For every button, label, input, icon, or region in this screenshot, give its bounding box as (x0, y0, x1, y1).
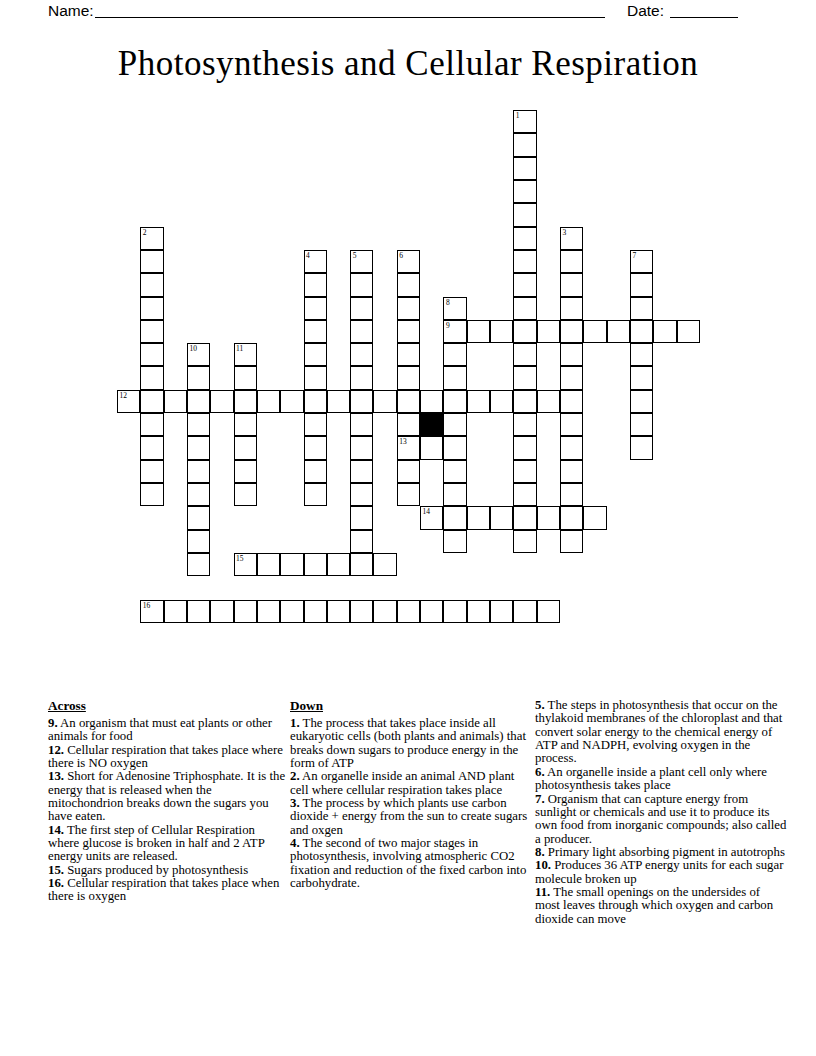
grid-cell[interactable] (280, 390, 303, 413)
grid-cell[interactable] (397, 460, 420, 483)
grid-cell[interactable] (513, 436, 536, 459)
grid-cell[interactable] (187, 483, 210, 506)
clue-number: 10. (535, 858, 551, 872)
grid-cell[interactable] (630, 413, 653, 436)
clue: 4. The second of two major stages in pho… (290, 837, 536, 890)
grid-cell[interactable] (210, 390, 233, 413)
grid-cell[interactable] (234, 460, 257, 483)
clue-number: 1. (290, 716, 300, 730)
grid-cell[interactable]: 12 (117, 390, 140, 413)
clue-number: 5. (535, 698, 545, 712)
cell-number: 15 (236, 554, 244, 563)
grid-cell[interactable] (397, 413, 420, 436)
clue: 5. The steps in photosynthesis that occu… (535, 699, 787, 766)
grid-cell[interactable] (304, 460, 327, 483)
grid-cell[interactable] (234, 390, 257, 413)
grid-cell[interactable]: 11 (234, 343, 257, 366)
clue: 13. Short for Adenosine Triphosphate. It… (48, 770, 288, 823)
grid-cell[interactable] (397, 320, 420, 343)
clue: 15. Sugars produced by photosynthesis (48, 864, 288, 877)
grid-cell[interactable] (140, 343, 163, 366)
grid-cell[interactable] (490, 506, 513, 529)
grid-cell[interactable] (537, 600, 560, 623)
grid-cell[interactable] (513, 366, 536, 389)
grid-cell[interactable] (513, 343, 536, 366)
grid-cell[interactable] (164, 600, 187, 623)
grid-cell[interactable] (397, 343, 420, 366)
cell-number: 12 (120, 391, 128, 400)
grid-cell[interactable] (443, 366, 466, 389)
grid-cell[interactable] (140, 390, 163, 413)
grid-cell[interactable] (630, 297, 653, 320)
grid-cell[interactable]: 13 (397, 436, 420, 459)
grid-cell[interactable] (513, 157, 536, 180)
grid-cell[interactable] (164, 390, 187, 413)
cell-number: 3 (562, 228, 566, 237)
clue-number: 14. (48, 823, 64, 837)
clue: 14. The first step of Cellular Respirati… (48, 824, 288, 864)
grid-cell[interactable] (187, 366, 210, 389)
down-clue-list-1: 1. The process that takes place inside a… (290, 717, 536, 891)
grid-cell[interactable] (350, 483, 373, 506)
name-blank-line (95, 1, 605, 18)
grid-cell[interactable]: 6 (397, 250, 420, 273)
grid-cell[interactable] (443, 460, 466, 483)
grid-cell[interactable] (234, 600, 257, 623)
grid-cell[interactable] (630, 436, 653, 459)
page-title: Photosynthesis and Cellular Respiration (0, 44, 816, 84)
grid-cell[interactable] (257, 600, 280, 623)
clue: 10. Produces 36 ATP energy units for eac… (535, 859, 787, 886)
clue: 6. An organelle inside a plant cell only… (535, 766, 787, 793)
grid-cell[interactable] (513, 250, 536, 273)
grid-cell[interactable] (443, 413, 466, 436)
down-heading: Down (290, 699, 536, 713)
grid-cell[interactable] (397, 600, 420, 623)
grid-cell[interactable] (350, 390, 373, 413)
grid-cell[interactable] (140, 413, 163, 436)
grid-cell[interactable] (630, 320, 653, 343)
grid-cell[interactable] (513, 483, 536, 506)
cell-number: 10 (189, 344, 197, 353)
cell-number: 14 (423, 507, 431, 516)
grid-cell[interactable] (373, 553, 396, 576)
clue-number: 12. (48, 743, 64, 757)
clue-number: 13. (48, 769, 64, 783)
grid-cell[interactable] (467, 390, 490, 413)
grid-cell[interactable] (560, 250, 583, 273)
grid-cell[interactable]: 7 (630, 250, 653, 273)
grid-cell[interactable] (397, 366, 420, 389)
across-clue-list: 9. An organism that must eat plants or o… (48, 717, 288, 904)
cell-number: 2 (143, 228, 147, 237)
grid-cell[interactable] (304, 600, 327, 623)
grid-cell[interactable] (187, 436, 210, 459)
grid-cell[interactable] (443, 436, 466, 459)
grid-cell[interactable] (140, 460, 163, 483)
grid-cell[interactable]: 2 (140, 227, 163, 250)
grid-cell[interactable] (513, 600, 536, 623)
grid-cell[interactable] (560, 320, 583, 343)
grid-cell[interactable] (304, 483, 327, 506)
grid-cell[interactable] (234, 366, 257, 389)
grid-cell[interactable] (304, 320, 327, 343)
clue: 8. Primary light absorbing pigment in au… (535, 846, 787, 859)
grid-cell[interactable] (583, 506, 606, 529)
grid-cell[interactable] (513, 133, 536, 156)
grid-cell[interactable] (234, 483, 257, 506)
grid-cell[interactable] (630, 390, 653, 413)
grid-cell[interactable] (140, 483, 163, 506)
clue-number: 11. (535, 885, 550, 899)
grid-cell[interactable] (607, 320, 630, 343)
grid-cell[interactable] (467, 506, 490, 529)
grid-cell[interactable] (304, 297, 327, 320)
grid-cell[interactable] (420, 390, 443, 413)
grid-cell[interactable] (140, 273, 163, 296)
grid-cell[interactable] (140, 366, 163, 389)
grid-cell[interactable] (397, 297, 420, 320)
grid-cell[interactable] (560, 297, 583, 320)
grid-cell[interactable] (350, 460, 373, 483)
grid-cell[interactable] (513, 390, 536, 413)
grid-cell[interactable] (630, 273, 653, 296)
grid-cell[interactable] (304, 343, 327, 366)
clue-number: 15. (48, 863, 64, 877)
grid-cell[interactable] (327, 390, 350, 413)
grid-cell[interactable] (187, 553, 210, 576)
grid-cell[interactable]: 1 (513, 110, 536, 133)
clue-number: 9. (48, 716, 58, 730)
grid-cell[interactable] (257, 390, 280, 413)
grid-cell[interactable] (327, 600, 350, 623)
crossword-grid: 12345678910111213141516 (117, 110, 700, 623)
grid-cell[interactable] (304, 390, 327, 413)
grid-cell[interactable] (304, 273, 327, 296)
grid-cell[interactable] (350, 436, 373, 459)
down-clue-list-2: 5. The steps in photosynthesis that occu… (535, 699, 787, 926)
grid-cell[interactable] (350, 343, 373, 366)
grid-cell[interactable] (560, 506, 583, 529)
clue-number: 4. (290, 836, 300, 850)
grid-cell[interactable] (280, 600, 303, 623)
grid-cell[interactable] (513, 273, 536, 296)
grid-cell[interactable] (677, 320, 700, 343)
grid-cell[interactable] (490, 600, 513, 623)
worksheet-page: Name: Date: Photosynthesis and Cellular … (0, 0, 816, 1056)
grid-cell[interactable] (513, 180, 536, 203)
clue-number: 3. (290, 796, 300, 810)
grid-cell[interactable] (140, 297, 163, 320)
clue: 12. Cellular respiration that takes plac… (48, 744, 288, 771)
grid-cell[interactable] (187, 390, 210, 413)
clue-number: 6. (535, 765, 545, 779)
grid-cell[interactable]: 5 (350, 250, 373, 273)
grid-cell[interactable] (397, 483, 420, 506)
grid-cell[interactable]: 4 (304, 250, 327, 273)
grid-cell[interactable] (140, 250, 163, 273)
grid-cell[interactable] (187, 460, 210, 483)
grid-cell[interactable] (560, 366, 583, 389)
grid-cell[interactable] (560, 530, 583, 553)
clue: 16. Cellular respiration that takes plac… (48, 877, 288, 904)
grid-cell[interactable] (350, 273, 373, 296)
grid-cell[interactable] (350, 530, 373, 553)
cell-number: 6 (399, 251, 403, 260)
clue: 1. The process that takes place inside a… (290, 717, 536, 770)
grid-cell[interactable] (210, 600, 233, 623)
grid-cell[interactable] (420, 600, 443, 623)
grid-cell[interactable] (187, 530, 210, 553)
grid-cell[interactable] (443, 506, 466, 529)
grid-cell[interactable] (560, 413, 583, 436)
grid-cell[interactable] (304, 436, 327, 459)
grid-cell[interactable] (467, 600, 490, 623)
grid-cell[interactable] (257, 553, 280, 576)
grid-cell[interactable] (350, 600, 373, 623)
grid-cell[interactable] (187, 506, 210, 529)
clue-number: 7. (535, 792, 545, 806)
grid-cell[interactable] (537, 320, 560, 343)
clue-number: 2. (290, 769, 300, 783)
grid-cell[interactable] (560, 343, 583, 366)
grid-cell[interactable] (373, 600, 396, 623)
cell-number: 1 (516, 111, 520, 120)
grid-cell[interactable] (327, 553, 350, 576)
grid-cell[interactable] (513, 530, 536, 553)
cell-number: 4 (306, 251, 310, 260)
grid-cell[interactable] (513, 506, 536, 529)
cell-number: 7 (632, 251, 636, 260)
grid-cell[interactable] (560, 436, 583, 459)
name-label: Name: (48, 2, 94, 20)
grid-cell[interactable] (397, 273, 420, 296)
grid-cell[interactable]: 10 (187, 343, 210, 366)
grid-cell[interactable]: 16 (140, 600, 163, 623)
cell-number: 16 (143, 601, 151, 610)
cell-number: 11 (236, 344, 243, 353)
grid-cell[interactable] (560, 390, 583, 413)
cell-number: 9 (446, 321, 450, 330)
clue: 2. An organelle inside an animal AND pla… (290, 770, 536, 797)
grid-cell[interactable] (397, 390, 420, 413)
grid-cell[interactable] (490, 390, 513, 413)
grid-cell[interactable] (234, 413, 257, 436)
grid-cell[interactable] (350, 320, 373, 343)
grid-cell[interactable] (420, 436, 443, 459)
grid-cell[interactable] (373, 390, 396, 413)
grid-cell[interactable] (467, 320, 490, 343)
grid-cell[interactable] (304, 553, 327, 576)
grid-cell[interactable] (513, 297, 536, 320)
grid-cell[interactable] (304, 366, 327, 389)
down-clues-column-2: 5. The steps in photosynthesis that occu… (535, 699, 787, 926)
grid-cell[interactable] (443, 530, 466, 553)
grid-cell[interactable] (350, 297, 373, 320)
grid-cell[interactable] (443, 483, 466, 506)
grid-cell[interactable] (513, 320, 536, 343)
grid-cell[interactable] (443, 390, 466, 413)
grid-cell[interactable] (653, 320, 676, 343)
grid-cell[interactable] (350, 366, 373, 389)
grid-cell[interactable] (350, 413, 373, 436)
grid-cell[interactable]: 14 (420, 506, 443, 529)
grid-cell[interactable] (443, 600, 466, 623)
cell-number: 8 (446, 298, 450, 307)
down-clues-column-1: Down 1. The process that takes place ins… (290, 699, 536, 890)
clue: 11. The small openings on the undersides… (535, 886, 787, 926)
grid-cell[interactable] (187, 413, 210, 436)
grid-cell[interactable] (140, 436, 163, 459)
grid-cell[interactable] (443, 343, 466, 366)
grid-cell[interactable] (630, 366, 653, 389)
clue-number: 8. (535, 845, 545, 859)
clue: 3. The process by which plants use carbo… (290, 797, 536, 837)
grid-cell[interactable] (560, 483, 583, 506)
grid-cell[interactable] (490, 320, 513, 343)
grid-cell[interactable] (583, 320, 606, 343)
clue: 7. Organism that can capture energy from… (535, 793, 787, 846)
clue-number: 16. (48, 876, 64, 890)
grid-cell[interactable] (513, 203, 536, 226)
grid-cell[interactable] (304, 413, 327, 436)
across-clues-column: Across 9. An organism that must eat plan… (48, 699, 288, 904)
grid-cell[interactable] (350, 506, 373, 529)
grid-cell[interactable] (234, 436, 257, 459)
grid-cell[interactable]: 9 (443, 320, 466, 343)
cell-number: 13 (399, 437, 407, 446)
grid-cell[interactable] (513, 227, 536, 250)
grid-cell[interactable] (560, 460, 583, 483)
grid-cell[interactable] (280, 553, 303, 576)
grid-cell[interactable] (187, 600, 210, 623)
grid-cell[interactable] (513, 413, 536, 436)
cell-number: 5 (353, 251, 357, 260)
grid-cell[interactable]: 8 (443, 297, 466, 320)
grid-cell[interactable] (537, 390, 560, 413)
grid-cell[interactable] (560, 273, 583, 296)
grid-cell[interactable] (513, 460, 536, 483)
grid-cell[interactable] (630, 343, 653, 366)
grid-cell[interactable] (350, 553, 373, 576)
grid-cell[interactable]: 3 (560, 227, 583, 250)
grid-cell[interactable]: 15 (234, 553, 257, 576)
grid-cell[interactable] (537, 506, 560, 529)
black-cell (420, 413, 443, 436)
grid-cell[interactable] (140, 320, 163, 343)
across-heading: Across (48, 699, 288, 713)
date-blank-line (670, 1, 738, 18)
clue: 9. An organism that must eat plants or o… (48, 717, 288, 744)
date-label: Date: (627, 2, 664, 20)
